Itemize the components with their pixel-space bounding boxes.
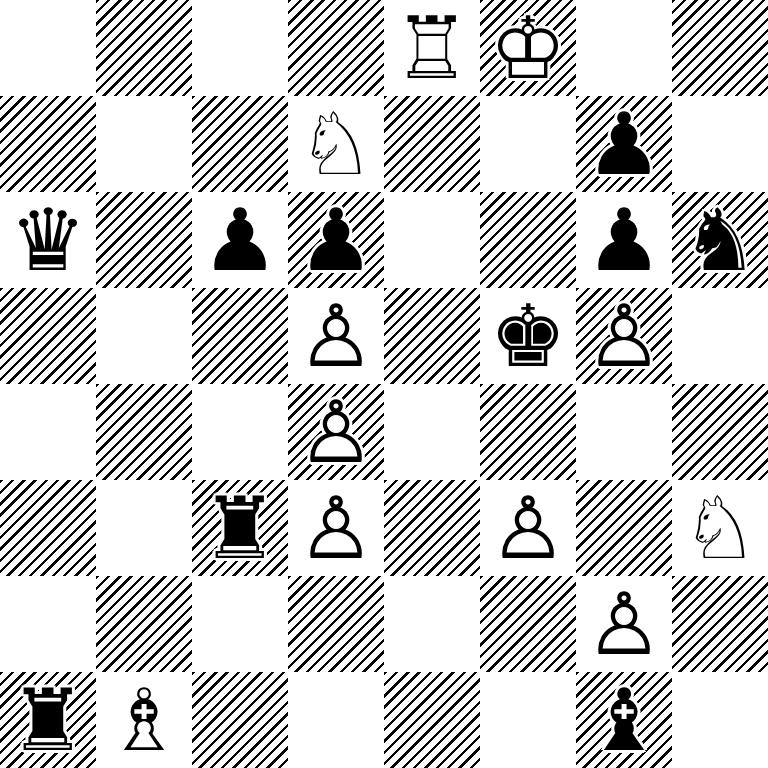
square-h1[interactable] [672, 672, 768, 768]
white-rook-glyph: ♖ [384, 0, 480, 96]
piece-black-pawn: ♟♟ [576, 96, 672, 192]
square-d5[interactable]: ♟♙ [288, 288, 384, 384]
square-f7[interactable] [480, 96, 576, 192]
square-e2[interactable] [384, 576, 480, 672]
black-pawn-glyph: ♟ [192, 192, 288, 288]
piece-white-pawn: ♟♙ [576, 288, 672, 384]
square-b1[interactable]: ♝♗ [96, 672, 192, 768]
white-king-glyph: ♔ [480, 0, 576, 96]
piece-black-bishop: ♝♝ [576, 672, 672, 768]
square-e1[interactable] [384, 672, 480, 768]
square-c7[interactable] [192, 96, 288, 192]
square-a4[interactable] [0, 384, 96, 480]
black-rook-glyph: ♜ [0, 672, 96, 768]
square-c4[interactable] [192, 384, 288, 480]
white-pawn-glyph: ♙ [576, 576, 672, 672]
white-knight-glyph: ♘ [672, 480, 768, 576]
piece-black-rook: ♜♜ [192, 480, 288, 576]
piece-white-pawn: ♟♙ [576, 576, 672, 672]
square-a1[interactable]: ♜♜ [0, 672, 96, 768]
square-b5[interactable] [96, 288, 192, 384]
black-pawn-glyph: ♟ [576, 192, 672, 288]
piece-white-knight: ♞♘ [288, 96, 384, 192]
square-a5[interactable] [0, 288, 96, 384]
square-d6[interactable]: ♟♟ [288, 192, 384, 288]
square-h8[interactable] [672, 0, 768, 96]
square-e7[interactable] [384, 96, 480, 192]
piece-white-pawn: ♟♙ [288, 480, 384, 576]
square-f1[interactable] [480, 672, 576, 768]
square-e6[interactable] [384, 192, 480, 288]
black-knight-glyph: ♞ [672, 192, 768, 288]
square-c3[interactable]: ♜♜ [192, 480, 288, 576]
piece-white-bishop: ♝♗ [96, 672, 192, 768]
white-pawn-glyph: ♙ [480, 480, 576, 576]
square-c8[interactable] [192, 0, 288, 96]
piece-white-rook: ♜♖ [384, 0, 480, 96]
square-h5[interactable] [672, 288, 768, 384]
square-e5[interactable] [384, 288, 480, 384]
square-f8[interactable]: ♚♔ [480, 0, 576, 96]
square-e4[interactable] [384, 384, 480, 480]
square-d2[interactable] [288, 576, 384, 672]
white-pawn-glyph: ♙ [288, 288, 384, 384]
square-g7[interactable]: ♟♟ [576, 96, 672, 192]
square-d7[interactable]: ♞♘ [288, 96, 384, 192]
square-b4[interactable] [96, 384, 192, 480]
square-e3[interactable] [384, 480, 480, 576]
square-f2[interactable] [480, 576, 576, 672]
square-b6[interactable] [96, 192, 192, 288]
white-pawn-glyph: ♙ [288, 384, 384, 480]
piece-black-king: ♚♚ [480, 288, 576, 384]
square-g1[interactable]: ♝♝ [576, 672, 672, 768]
white-bishop-glyph: ♗ [96, 672, 192, 768]
piece-white-pawn: ♟♙ [480, 480, 576, 576]
square-g6[interactable]: ♟♟ [576, 192, 672, 288]
square-a7[interactable] [0, 96, 96, 192]
square-f6[interactable] [480, 192, 576, 288]
piece-black-pawn: ♟♟ [576, 192, 672, 288]
square-g8[interactable] [576, 0, 672, 96]
square-g2[interactable]: ♟♙ [576, 576, 672, 672]
square-f5[interactable]: ♚♚ [480, 288, 576, 384]
piece-white-king: ♚♔ [480, 0, 576, 96]
piece-black-pawn: ♟♟ [192, 192, 288, 288]
square-g4[interactable] [576, 384, 672, 480]
square-h6[interactable]: ♞♞ [672, 192, 768, 288]
square-b3[interactable] [96, 480, 192, 576]
square-g3[interactable] [576, 480, 672, 576]
black-king-glyph: ♚ [480, 288, 576, 384]
square-e8[interactable]: ♜♖ [384, 0, 480, 96]
square-h2[interactable] [672, 576, 768, 672]
square-c2[interactable] [192, 576, 288, 672]
square-a2[interactable] [0, 576, 96, 672]
square-c5[interactable] [192, 288, 288, 384]
square-g5[interactable]: ♟♙ [576, 288, 672, 384]
white-pawn-glyph: ♙ [288, 480, 384, 576]
square-c1[interactable] [192, 672, 288, 768]
square-d1[interactable] [288, 672, 384, 768]
piece-black-rook: ♜♜ [0, 672, 96, 768]
piece-black-pawn: ♟♟ [288, 192, 384, 288]
square-d3[interactable]: ♟♙ [288, 480, 384, 576]
square-f4[interactable] [480, 384, 576, 480]
black-rook-glyph: ♜ [192, 480, 288, 576]
piece-black-queen: ♛♛ [0, 192, 96, 288]
black-pawn-glyph: ♟ [288, 192, 384, 288]
square-b8[interactable] [96, 0, 192, 96]
square-c6[interactable]: ♟♟ [192, 192, 288, 288]
piece-white-pawn: ♟♙ [288, 384, 384, 480]
square-h4[interactable] [672, 384, 768, 480]
piece-black-knight: ♞♞ [672, 192, 768, 288]
black-pawn-glyph: ♟ [576, 96, 672, 192]
square-h3[interactable]: ♞♘ [672, 480, 768, 576]
square-d4[interactable]: ♟♙ [288, 384, 384, 480]
square-a6[interactable]: ♛♛ [0, 192, 96, 288]
square-h7[interactable] [672, 96, 768, 192]
black-bishop-glyph: ♝ [576, 672, 672, 768]
chess-board: ♜♖♚♔♞♘♟♟♛♛♟♟♟♟♟♟♞♞♟♙♚♚♟♙♟♙♜♜♟♙♟♙♞♘♟♙♜♜♝♗… [0, 0, 768, 768]
square-b2[interactable] [96, 576, 192, 672]
white-knight-glyph: ♘ [288, 96, 384, 192]
piece-white-knight: ♞♘ [672, 480, 768, 576]
white-pawn-glyph: ♙ [576, 288, 672, 384]
square-b7[interactable] [96, 96, 192, 192]
square-a8[interactable] [0, 0, 96, 96]
square-f3[interactable]: ♟♙ [480, 480, 576, 576]
piece-white-pawn: ♟♙ [288, 288, 384, 384]
square-d8[interactable] [288, 0, 384, 96]
square-a3[interactable] [0, 480, 96, 576]
black-queen-glyph: ♛ [0, 192, 96, 288]
